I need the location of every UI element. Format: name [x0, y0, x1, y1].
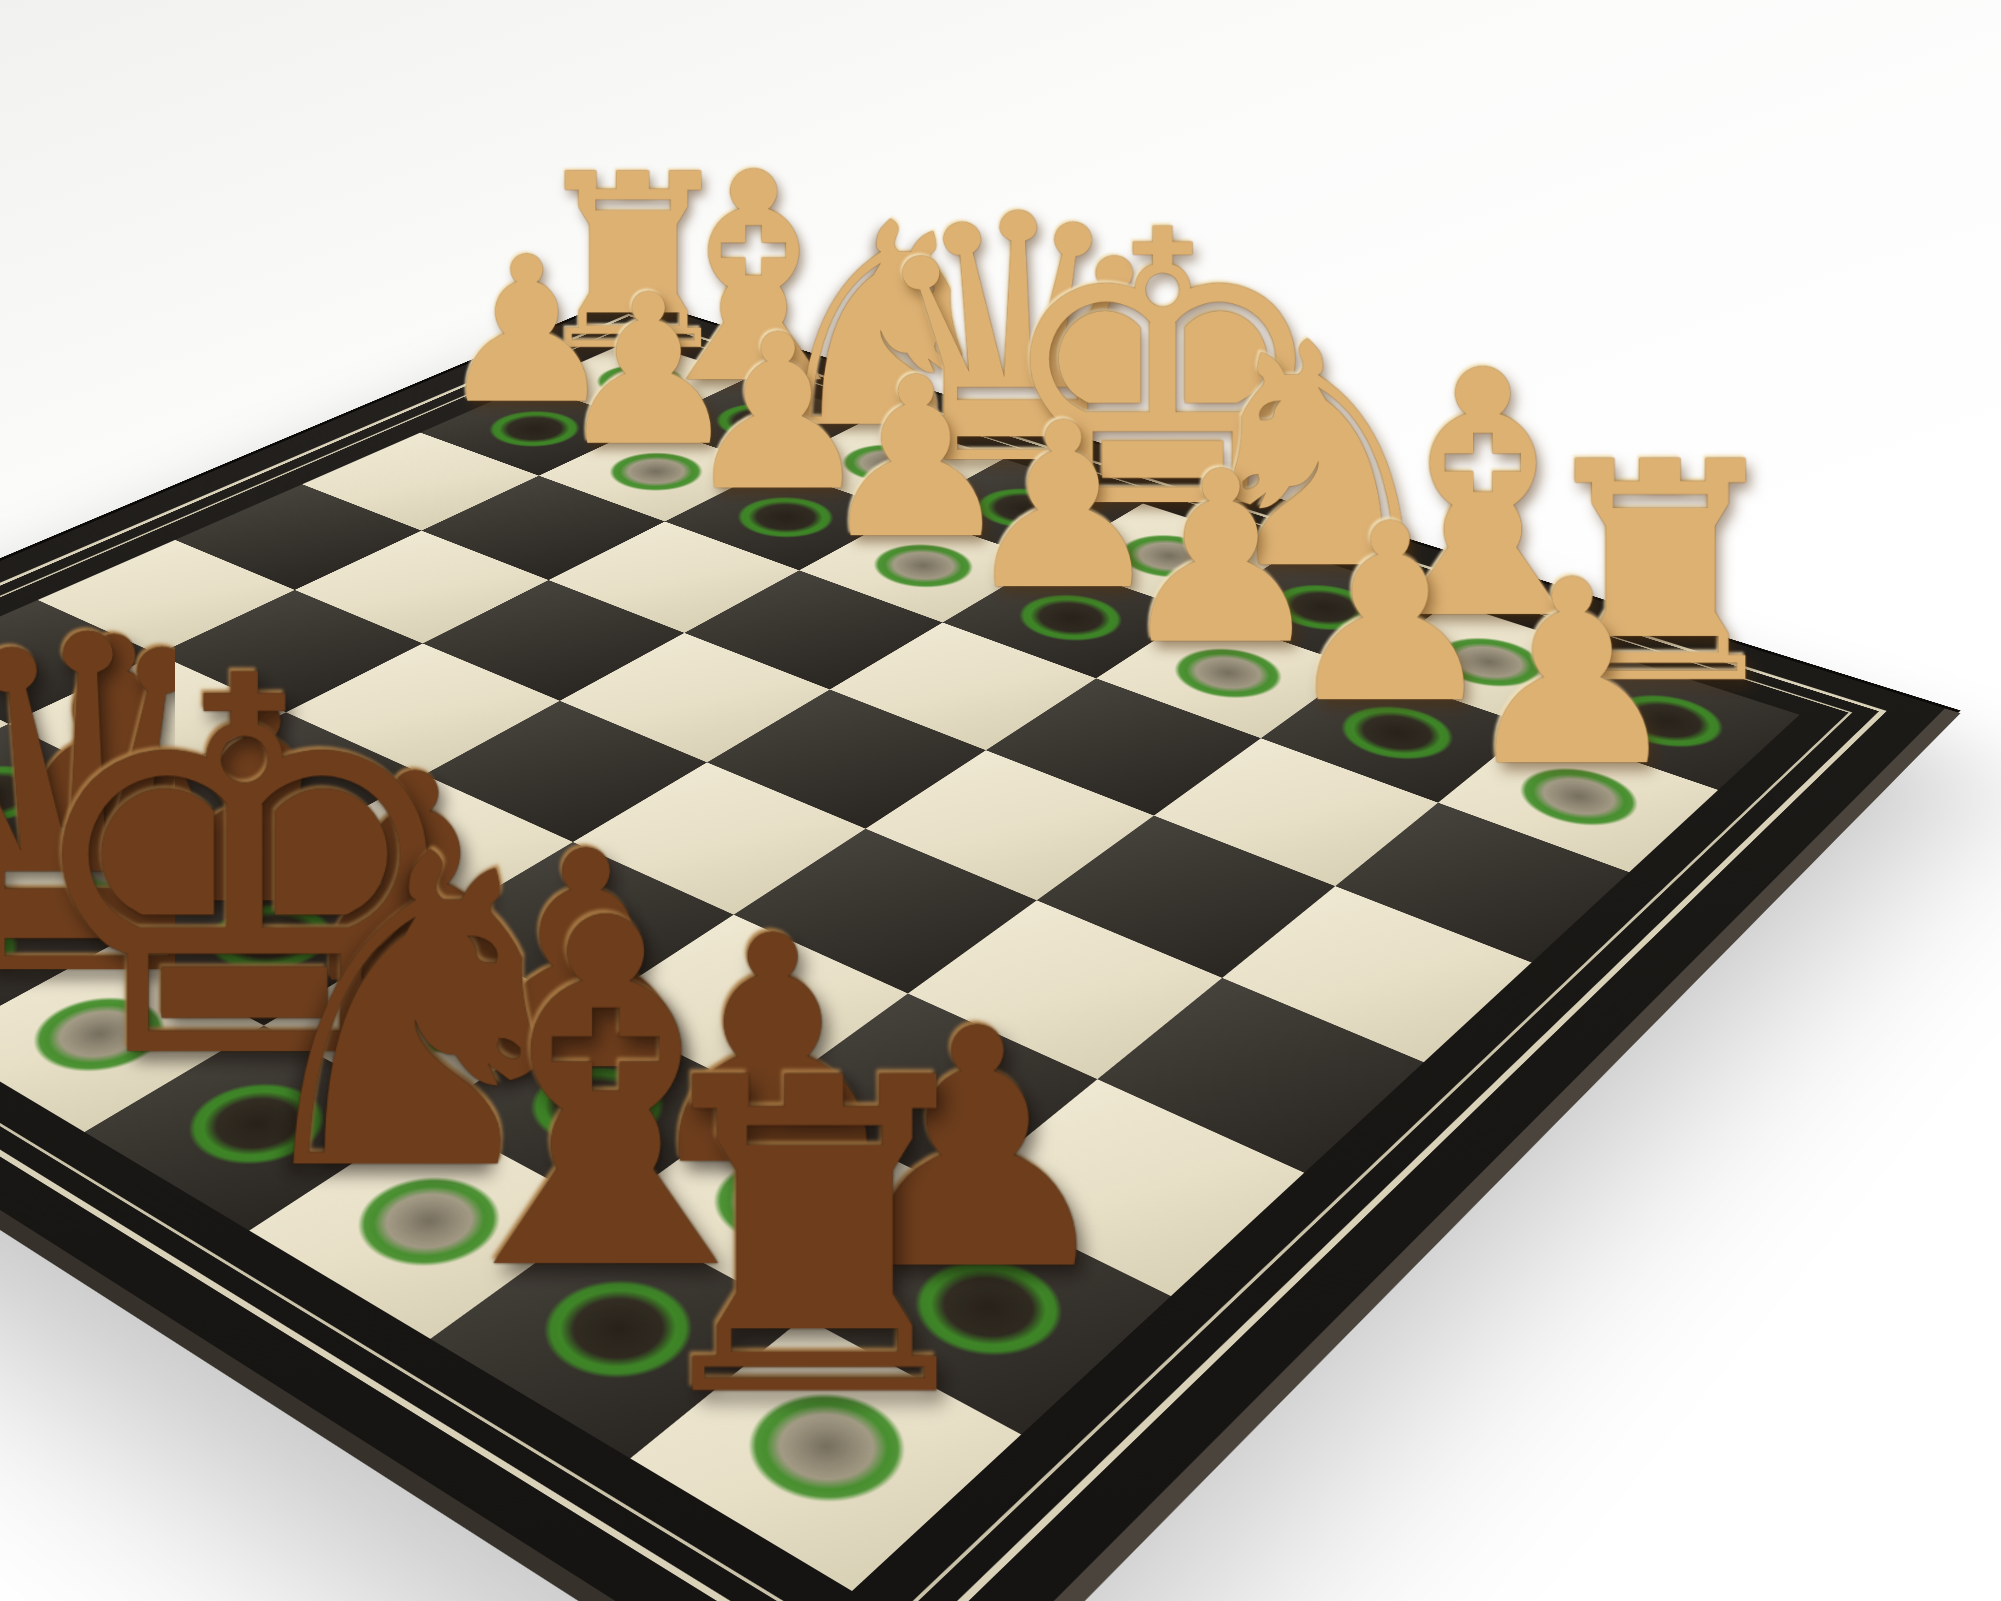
photo-canvas: ♜♝♞♛♚♞♝♜♟♟♟♟♟♟♟♟♟♟♟♟♟♟♟♟♜♝♞♛♚♞♝♜ — [0, 0, 2001, 1601]
chess-board: ♜♝♞♛♚♞♝♜♟♟♟♟♟♟♟♟♟♟♟♟♟♟♟♟♜♝♞♛♚♞♝♜ — [0, 297, 1960, 1601]
pawn-glyph: ♟ — [1458, 547, 1687, 802]
rook-glyph: ♜ — [620, 1024, 1008, 1457]
